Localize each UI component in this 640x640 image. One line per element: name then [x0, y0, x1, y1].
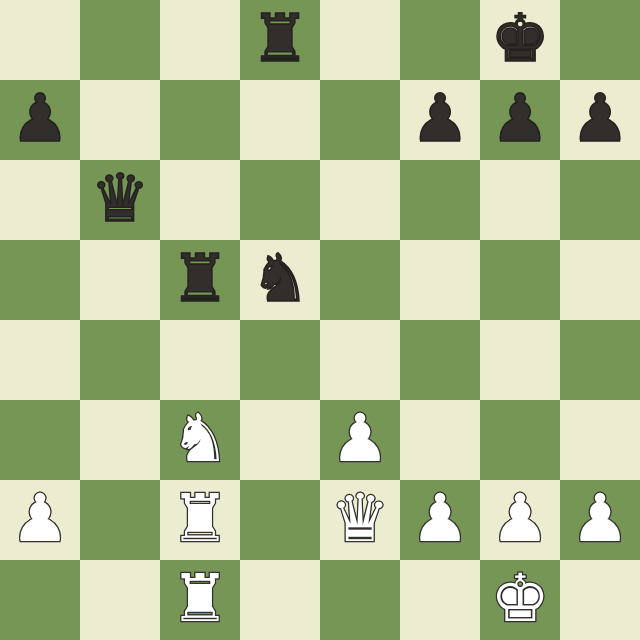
square-b3[interactable] [80, 400, 160, 480]
white-pawn-a2[interactable]: ♟ [0, 480, 80, 560]
chess-board: ♜♚♟♟♟♟♛♜♞♞♟♟♜♛♟♟♟♜♚ [0, 0, 640, 640]
square-c8[interactable] [160, 0, 240, 80]
square-a3[interactable] [0, 400, 80, 480]
black-pawn-h7[interactable]: ♟ [560, 80, 640, 160]
square-g1[interactable]: ♚ [480, 560, 560, 640]
square-e6[interactable] [320, 160, 400, 240]
square-a6[interactable] [0, 160, 80, 240]
square-h6[interactable] [560, 160, 640, 240]
black-rook-c5[interactable]: ♜ [160, 240, 240, 320]
white-rook-c1[interactable]: ♜ [160, 560, 240, 640]
square-f7[interactable]: ♟ [400, 80, 480, 160]
square-f8[interactable] [400, 0, 480, 80]
square-c4[interactable] [160, 320, 240, 400]
white-knight-c3[interactable]: ♞ [160, 400, 240, 480]
square-c3[interactable]: ♞ [160, 400, 240, 480]
square-f4[interactable] [400, 320, 480, 400]
square-f1[interactable] [400, 560, 480, 640]
black-pawn-f7[interactable]: ♟ [400, 80, 480, 160]
square-g5[interactable] [480, 240, 560, 320]
square-g2[interactable]: ♟ [480, 480, 560, 560]
square-d2[interactable] [240, 480, 320, 560]
square-d1[interactable] [240, 560, 320, 640]
square-e2[interactable]: ♛ [320, 480, 400, 560]
square-e4[interactable] [320, 320, 400, 400]
square-h2[interactable]: ♟ [560, 480, 640, 560]
white-pawn-g2[interactable]: ♟ [480, 480, 560, 560]
square-e5[interactable] [320, 240, 400, 320]
square-f6[interactable] [400, 160, 480, 240]
black-queen-b6[interactable]: ♛ [80, 160, 160, 240]
square-f5[interactable] [400, 240, 480, 320]
square-h7[interactable]: ♟ [560, 80, 640, 160]
square-g6[interactable] [480, 160, 560, 240]
square-b2[interactable] [80, 480, 160, 560]
square-c7[interactable] [160, 80, 240, 160]
square-a7[interactable]: ♟ [0, 80, 80, 160]
black-pawn-a7[interactable]: ♟ [0, 80, 80, 160]
square-h3[interactable] [560, 400, 640, 480]
square-c1[interactable]: ♜ [160, 560, 240, 640]
square-h4[interactable] [560, 320, 640, 400]
square-g8[interactable]: ♚ [480, 0, 560, 80]
black-king-g8[interactable]: ♚ [480, 0, 560, 80]
square-g7[interactable]: ♟ [480, 80, 560, 160]
square-h5[interactable] [560, 240, 640, 320]
square-f2[interactable]: ♟ [400, 480, 480, 560]
white-pawn-h2[interactable]: ♟ [560, 480, 640, 560]
square-g4[interactable] [480, 320, 560, 400]
square-a2[interactable]: ♟ [0, 480, 80, 560]
square-b7[interactable] [80, 80, 160, 160]
square-a8[interactable] [0, 0, 80, 80]
white-pawn-e3[interactable]: ♟ [320, 400, 400, 480]
square-a1[interactable] [0, 560, 80, 640]
square-b5[interactable] [80, 240, 160, 320]
square-d4[interactable] [240, 320, 320, 400]
square-h8[interactable] [560, 0, 640, 80]
square-c2[interactable]: ♜ [160, 480, 240, 560]
square-c5[interactable]: ♜ [160, 240, 240, 320]
square-h1[interactable] [560, 560, 640, 640]
black-pawn-g7[interactable]: ♟ [480, 80, 560, 160]
square-e3[interactable]: ♟ [320, 400, 400, 480]
black-rook-d8[interactable]: ♜ [240, 0, 320, 80]
square-b6[interactable]: ♛ [80, 160, 160, 240]
square-e8[interactable] [320, 0, 400, 80]
square-g3[interactable] [480, 400, 560, 480]
white-king-g1[interactable]: ♚ [480, 560, 560, 640]
square-e1[interactable] [320, 560, 400, 640]
square-b4[interactable] [80, 320, 160, 400]
square-c6[interactable] [160, 160, 240, 240]
white-queen-e2[interactable]: ♛ [320, 480, 400, 560]
square-f3[interactable] [400, 400, 480, 480]
square-e7[interactable] [320, 80, 400, 160]
square-d7[interactable] [240, 80, 320, 160]
square-a5[interactable] [0, 240, 80, 320]
square-b1[interactable] [80, 560, 160, 640]
square-d3[interactable] [240, 400, 320, 480]
black-knight-d5[interactable]: ♞ [240, 240, 320, 320]
square-b8[interactable] [80, 0, 160, 80]
square-d6[interactable] [240, 160, 320, 240]
square-a4[interactable] [0, 320, 80, 400]
white-pawn-f2[interactable]: ♟ [400, 480, 480, 560]
square-d5[interactable]: ♞ [240, 240, 320, 320]
white-rook-c2[interactable]: ♜ [160, 480, 240, 560]
square-d8[interactable]: ♜ [240, 0, 320, 80]
